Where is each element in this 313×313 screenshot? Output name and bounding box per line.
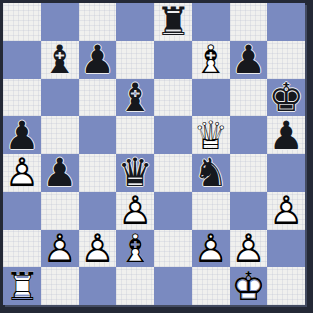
square-f8[interactable]	[192, 3, 230, 41]
square-b5[interactable]	[41, 116, 79, 154]
piece-white-pawn[interactable]: ♟♙	[192, 230, 230, 268]
square-f2[interactable]: ♟♙	[192, 230, 230, 268]
square-a8[interactable]	[3, 3, 41, 41]
square-g4[interactable]	[230, 154, 268, 192]
piece-glyph-fill: ♞	[192, 154, 230, 192]
square-a5[interactable]: ♟	[3, 116, 41, 154]
piece-glyph-fill: ♝	[41, 41, 79, 79]
square-h6[interactable]: ♚	[267, 79, 305, 117]
piece-white-pawn[interactable]: ♟♙	[41, 230, 79, 268]
square-g7[interactable]: ♟	[230, 41, 268, 79]
square-a1[interactable]: ♜♖	[3, 267, 41, 305]
square-a6[interactable]	[3, 79, 41, 117]
square-f3[interactable]	[192, 192, 230, 230]
piece-white-queen[interactable]: ♛♕	[192, 116, 230, 154]
square-e8[interactable]: ♜	[154, 3, 192, 41]
piece-glyph-fill: ♛	[192, 116, 230, 154]
square-d7[interactable]	[116, 41, 154, 79]
square-b7[interactable]: ♝	[41, 41, 79, 79]
square-e6[interactable]	[154, 79, 192, 117]
piece-glyph-outline: ♗	[192, 41, 230, 79]
square-g1[interactable]: ♚♔	[230, 267, 268, 305]
square-f1[interactable]	[192, 267, 230, 305]
piece-black-pawn[interactable]: ♟	[3, 116, 41, 154]
square-f4[interactable]: ♞	[192, 154, 230, 192]
square-b2[interactable]: ♟♙	[41, 230, 79, 268]
piece-glyph-outline: ♙	[3, 154, 41, 192]
square-h7[interactable]	[267, 41, 305, 79]
square-e3[interactable]	[154, 192, 192, 230]
square-c4[interactable]	[79, 154, 117, 192]
piece-glyph-fill: ♚	[230, 267, 268, 305]
square-c2[interactable]: ♟♙	[79, 230, 117, 268]
square-d5[interactable]	[116, 116, 154, 154]
piece-glyph-outline: ♙	[41, 230, 79, 268]
piece-glyph-fill: ♟	[116, 192, 154, 230]
piece-black-pawn[interactable]: ♟	[79, 41, 117, 79]
square-g2[interactable]: ♟♙	[230, 230, 268, 268]
square-d8[interactable]	[116, 3, 154, 41]
piece-black-bishop[interactable]: ♝	[41, 41, 79, 79]
piece-white-bishop[interactable]: ♝♗	[192, 41, 230, 79]
square-h1[interactable]	[267, 267, 305, 305]
piece-white-king[interactable]: ♚♔	[230, 267, 268, 305]
piece-black-pawn[interactable]: ♟	[41, 154, 79, 192]
piece-glyph-fill: ♟	[79, 230, 117, 268]
square-b6[interactable]	[41, 79, 79, 117]
piece-white-pawn[interactable]: ♟♙	[3, 154, 41, 192]
square-f6[interactable]	[192, 79, 230, 117]
square-b3[interactable]	[41, 192, 79, 230]
piece-glyph-fill: ♟	[41, 154, 79, 192]
square-c1[interactable]	[79, 267, 117, 305]
square-e1[interactable]	[154, 267, 192, 305]
piece-glyph-outline: ♙	[116, 192, 154, 230]
piece-glyph-outline: ♙	[267, 192, 305, 230]
piece-glyph-outline: ♗	[116, 230, 154, 268]
piece-glyph-fill: ♟	[230, 230, 268, 268]
square-g5[interactable]	[230, 116, 268, 154]
square-g6[interactable]	[230, 79, 268, 117]
piece-white-pawn[interactable]: ♟♙	[116, 192, 154, 230]
piece-glyph-fill: ♟	[267, 116, 305, 154]
piece-black-queen[interactable]: ♛	[116, 154, 154, 192]
chess-board: ♜♝♟♝♗♟♝♚♟♛♕♟♟♙♟♛♞♟♙♟♙♟♙♟♙♝♗♟♙♟♙♜♖♚♔	[3, 3, 305, 305]
square-f7[interactable]: ♝♗	[192, 41, 230, 79]
square-h3[interactable]: ♟♙	[267, 192, 305, 230]
square-g8[interactable]	[230, 3, 268, 41]
square-f5[interactable]: ♛♕	[192, 116, 230, 154]
piece-white-pawn[interactable]: ♟♙	[230, 230, 268, 268]
piece-white-pawn[interactable]: ♟♙	[79, 230, 117, 268]
chess-board-frame: ♜♝♟♝♗♟♝♚♟♛♕♟♟♙♟♛♞♟♙♟♙♟♙♟♙♝♗♟♙♟♙♜♖♚♔	[0, 0, 313, 313]
piece-glyph-outline: ♙	[79, 230, 117, 268]
piece-glyph-fill: ♝	[116, 230, 154, 268]
piece-black-bishop[interactable]: ♝	[116, 79, 154, 117]
square-a3[interactable]	[3, 192, 41, 230]
piece-glyph-fill: ♟	[267, 192, 305, 230]
piece-glyph-fill: ♟	[3, 154, 41, 192]
piece-black-rook[interactable]: ♜	[154, 3, 192, 41]
square-c5[interactable]	[79, 116, 117, 154]
square-g3[interactable]	[230, 192, 268, 230]
piece-glyph-fill: ♝	[116, 79, 154, 117]
piece-glyph-fill: ♛	[116, 154, 154, 192]
square-h4[interactable]	[267, 154, 305, 192]
piece-glyph-fill: ♟	[41, 230, 79, 268]
piece-glyph-outline: ♙	[230, 230, 268, 268]
piece-white-pawn[interactable]: ♟♙	[267, 192, 305, 230]
piece-glyph-outline: ♙	[192, 230, 230, 268]
square-b8[interactable]	[41, 3, 79, 41]
piece-glyph-outline: ♖	[3, 267, 41, 305]
square-d3[interactable]: ♟♙	[116, 192, 154, 230]
piece-black-pawn[interactable]: ♟	[267, 116, 305, 154]
square-d6[interactable]: ♝	[116, 79, 154, 117]
piece-glyph-fill: ♜	[154, 3, 192, 41]
square-c3[interactable]	[79, 192, 117, 230]
square-c6[interactable]	[79, 79, 117, 117]
piece-glyph-fill: ♟	[230, 41, 268, 79]
square-d1[interactable]	[116, 267, 154, 305]
square-e5[interactable]	[154, 116, 192, 154]
piece-glyph-outline: ♔	[230, 267, 268, 305]
piece-glyph-fill: ♜	[3, 267, 41, 305]
square-e7[interactable]	[154, 41, 192, 79]
square-a4[interactable]: ♟♙	[3, 154, 41, 192]
piece-glyph-fill: ♟	[79, 41, 117, 79]
square-e4[interactable]	[154, 154, 192, 192]
piece-glyph-fill: ♝	[192, 41, 230, 79]
square-h8[interactable]	[267, 3, 305, 41]
piece-glyph-fill: ♚	[267, 79, 305, 117]
square-h2[interactable]	[267, 230, 305, 268]
piece-white-rook[interactable]: ♜♖	[3, 267, 41, 305]
square-h5[interactable]: ♟	[267, 116, 305, 154]
square-b1[interactable]	[41, 267, 79, 305]
square-d4[interactable]: ♛	[116, 154, 154, 192]
piece-black-king[interactable]: ♚	[267, 79, 305, 117]
piece-black-knight[interactable]: ♞	[192, 154, 230, 192]
square-a2[interactable]	[3, 230, 41, 268]
piece-black-pawn[interactable]: ♟	[230, 41, 268, 79]
piece-glyph-fill: ♟	[192, 230, 230, 268]
square-e2[interactable]	[154, 230, 192, 268]
piece-glyph-fill: ♟	[3, 116, 41, 154]
square-c8[interactable]	[79, 3, 117, 41]
square-c7[interactable]: ♟	[79, 41, 117, 79]
piece-white-bishop[interactable]: ♝♗	[116, 230, 154, 268]
square-b4[interactable]: ♟	[41, 154, 79, 192]
square-d2[interactable]: ♝♗	[116, 230, 154, 268]
piece-glyph-outline: ♕	[192, 116, 230, 154]
square-a7[interactable]	[3, 41, 41, 79]
